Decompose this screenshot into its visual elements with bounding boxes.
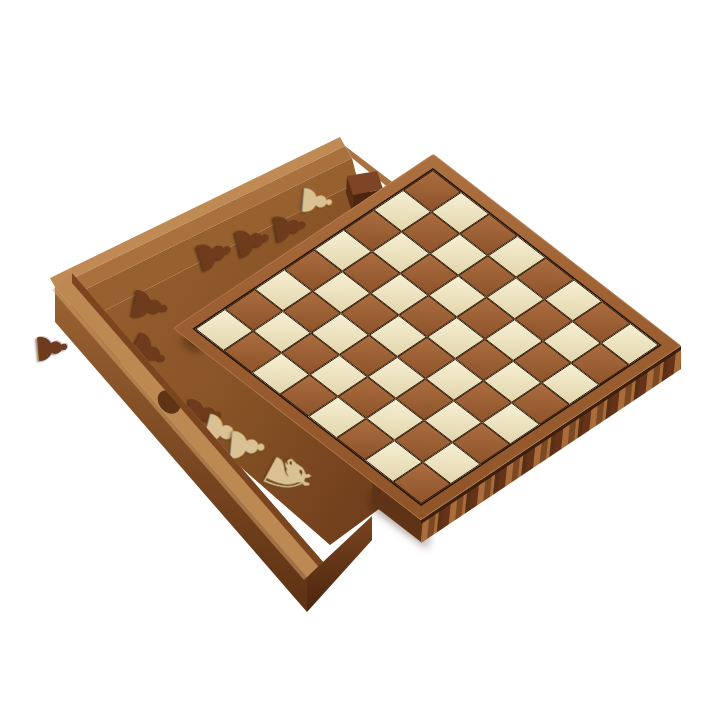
piece-dark-pawn: ♟ bbox=[124, 282, 176, 331]
storage-cube-left bbox=[346, 176, 353, 212]
drawer-front-right-face bbox=[307, 516, 372, 612]
piece-light-pawn: ♟ bbox=[296, 181, 339, 220]
piece-dark-pawn: ♟ bbox=[179, 391, 228, 436]
drawer-finger-notch bbox=[153, 386, 185, 419]
chess-set-photo: ♟♟♟♟♟♟♟♟♟♟♞ bbox=[0, 0, 720, 720]
piece-light-pawn: ♟ bbox=[222, 423, 271, 468]
piece-dark-pawn: ♟ bbox=[226, 217, 278, 266]
piece-light-pawn: ♟ bbox=[194, 405, 249, 457]
piece-dark-pawn: ♟ bbox=[31, 328, 74, 367]
piece-dark-pawn: ♟ bbox=[187, 228, 241, 279]
chessboard bbox=[173, 154, 682, 520]
chessboard-squares bbox=[192, 168, 661, 506]
piece-light-knight: ♞ bbox=[251, 439, 327, 512]
piece-dark-pawn: ♟ bbox=[119, 323, 179, 381]
